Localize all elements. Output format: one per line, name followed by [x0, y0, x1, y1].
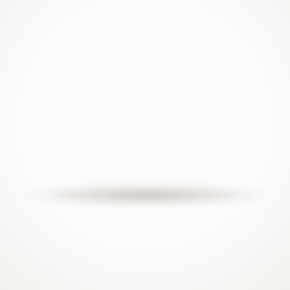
chess-set-photo: [0, 0, 290, 290]
folding-chess-board: [0, 0, 290, 290]
chess-pieces: [0, 0, 290, 290]
